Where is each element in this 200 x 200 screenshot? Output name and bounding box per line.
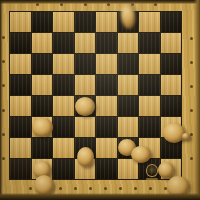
piece-row5-col1[interactable]	[32, 118, 53, 137]
square-h4[interactable]	[161, 96, 182, 116]
piece-row6-col3[interactable]	[77, 147, 94, 167]
square-b6[interactable]	[32, 54, 53, 74]
board-photo	[0, 0, 200, 200]
playing-field	[9, 11, 182, 180]
square-e2[interactable]	[96, 138, 117, 158]
frame-nail-dot	[29, 187, 32, 190]
square-c5[interactable]	[53, 75, 74, 95]
square-h7[interactable]	[161, 33, 182, 53]
piece-row4-col3[interactable]	[75, 97, 95, 116]
frame-edge-left	[0, 0, 3, 200]
square-e4[interactable]	[96, 96, 117, 116]
square-e5[interactable]	[96, 75, 117, 95]
maker-logo-text	[146, 178, 158, 180]
square-c2[interactable]	[53, 138, 74, 158]
maker-logo-icon	[146, 164, 158, 177]
square-f7[interactable]	[118, 33, 139, 53]
square-e8[interactable]	[96, 12, 117, 32]
frame-nail-dot	[119, 187, 122, 190]
square-f5[interactable]	[118, 75, 139, 95]
square-d5[interactable]	[75, 75, 96, 95]
lying-piece-mid-base[interactable]	[131, 146, 151, 163]
square-a3[interactable]	[10, 117, 31, 137]
square-d3[interactable]	[75, 117, 96, 137]
square-a7[interactable]	[10, 33, 31, 53]
square-g6[interactable]	[139, 54, 160, 74]
frame-nail-dot	[74, 187, 77, 190]
square-f6[interactable]	[118, 54, 139, 74]
square-a5[interactable]	[10, 75, 31, 95]
square-c7[interactable]	[53, 33, 74, 53]
fallen-piece-br-head[interactable]	[158, 162, 174, 178]
frame-nail-dot	[89, 187, 92, 190]
frame-nail-dot	[134, 187, 137, 190]
square-b5[interactable]	[32, 75, 53, 95]
square-a2[interactable]	[10, 138, 31, 158]
maker-logo-stamp	[146, 164, 158, 180]
square-c6[interactable]	[53, 54, 74, 74]
piece-row5-col7[interactable]	[163, 123, 185, 143]
frame-nail-dot	[59, 187, 62, 190]
square-e6[interactable]	[96, 54, 117, 74]
square-b8[interactable]	[32, 12, 53, 32]
square-g3[interactable]	[139, 117, 160, 137]
frame-nail-dot	[190, 109, 193, 112]
square-h5[interactable]	[161, 75, 182, 95]
square-c3[interactable]	[53, 117, 74, 137]
square-c4[interactable]	[53, 96, 74, 116]
square-a4[interactable]	[10, 96, 31, 116]
square-g4[interactable]	[139, 96, 160, 116]
frame-nail-dot	[190, 85, 193, 88]
frame-nail-dot	[190, 61, 193, 64]
square-f1[interactable]	[118, 159, 139, 179]
frame-nail-dot	[190, 157, 193, 160]
square-e3[interactable]	[96, 117, 117, 137]
piece-row5-col7-knob[interactable]	[182, 133, 190, 140]
square-b2[interactable]	[32, 138, 53, 158]
square-f4[interactable]	[118, 96, 139, 116]
square-a6[interactable]	[10, 54, 31, 74]
frame-edge-top	[0, 0, 200, 4]
square-b4[interactable]	[32, 96, 53, 116]
square-a8[interactable]	[10, 12, 31, 32]
frame-edge-bottom	[0, 193, 200, 200]
frame-nail-dot	[190, 37, 193, 40]
frame-edge-right	[194, 0, 200, 200]
square-a1[interactable]	[10, 159, 31, 179]
square-e1[interactable]	[96, 159, 117, 179]
frame-nail-dot	[104, 187, 107, 190]
square-h6[interactable]	[161, 54, 182, 74]
square-c1[interactable]	[53, 159, 74, 179]
square-b7[interactable]	[32, 33, 53, 53]
square-e7[interactable]	[96, 33, 117, 53]
square-c8[interactable]	[53, 12, 74, 32]
leaning-piece-base[interactable]	[34, 175, 54, 195]
square-h8[interactable]	[161, 12, 182, 32]
square-f3[interactable]	[118, 117, 139, 137]
frame-nail-dot	[149, 187, 152, 190]
square-d8[interactable]	[75, 12, 96, 32]
square-g7[interactable]	[139, 33, 160, 53]
square-g5[interactable]	[139, 75, 160, 95]
square-d6[interactable]	[75, 54, 96, 74]
square-d7[interactable]	[75, 33, 96, 53]
square-g8[interactable]	[139, 12, 160, 32]
